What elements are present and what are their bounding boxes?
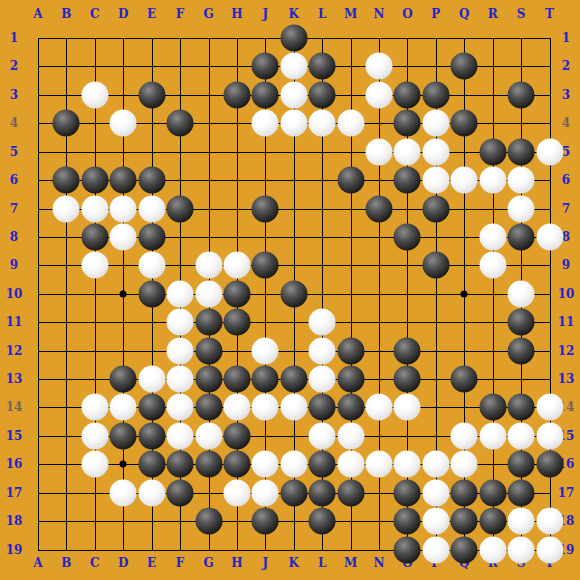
black-stone-D13	[110, 366, 137, 393]
go-board[interactable]: AABBCCDDEEFFGGHHJJKKLLMMNNOOPPQQRRSSTT11…	[0, 0, 580, 580]
column-label-top: G	[203, 7, 213, 21]
white-stone-F12	[167, 337, 194, 364]
black-stone-J7	[252, 195, 279, 222]
white-stone-P16	[422, 451, 449, 478]
black-stone-R18	[479, 508, 506, 535]
row-label-left: 18	[6, 514, 23, 528]
white-stone-R8	[479, 223, 506, 250]
row-label-right: 10	[558, 287, 575, 301]
black-stone-Q17	[451, 479, 478, 506]
black-stone-N7	[366, 195, 393, 222]
white-stone-N16	[366, 451, 393, 478]
column-label-bottom: L	[318, 556, 326, 570]
white-stone-F10	[167, 280, 194, 307]
black-stone-M17	[337, 479, 364, 506]
white-stone-B7	[53, 195, 80, 222]
black-stone-H13	[223, 366, 250, 393]
white-stone-C15	[81, 422, 108, 449]
row-label-left: 12	[6, 344, 23, 358]
black-stone-S3	[508, 81, 535, 108]
row-label-left: 13	[6, 372, 23, 386]
black-stone-H10	[223, 280, 250, 307]
column-label-top: C	[90, 7, 100, 21]
white-stone-L15	[309, 422, 336, 449]
white-stone-T8	[536, 223, 563, 250]
white-stone-E13	[138, 366, 165, 393]
white-stone-J17	[252, 479, 279, 506]
white-stone-P19	[422, 536, 449, 563]
column-label-bottom: C	[90, 556, 100, 570]
black-stone-O12	[394, 337, 421, 364]
black-stone-C6	[81, 167, 108, 194]
white-stone-S15	[508, 422, 535, 449]
white-stone-N2	[366, 53, 393, 80]
grid-line-horizontal	[38, 351, 551, 352]
black-stone-G18	[195, 508, 222, 535]
row-label-right: 9	[562, 258, 570, 272]
white-stone-C16	[81, 451, 108, 478]
black-stone-E3	[138, 81, 165, 108]
white-stone-O14	[394, 394, 421, 421]
black-stone-E6	[138, 167, 165, 194]
black-stone-D15	[110, 422, 137, 449]
black-stone-S16	[508, 451, 535, 478]
white-stone-K14	[280, 394, 307, 421]
white-stone-Q16	[451, 451, 478, 478]
white-stone-P4	[422, 110, 449, 137]
white-stone-S7	[508, 195, 535, 222]
star-point	[461, 290, 468, 297]
black-stone-G14	[195, 394, 222, 421]
black-stone-S11	[508, 309, 535, 336]
white-stone-O5	[394, 138, 421, 165]
black-stone-E14	[138, 394, 165, 421]
black-stone-Q13	[451, 366, 478, 393]
black-stone-O17	[394, 479, 421, 506]
row-label-right: 3	[562, 88, 570, 102]
black-stone-O4	[394, 110, 421, 137]
row-label-right: 2	[562, 59, 570, 73]
column-label-bottom: H	[231, 556, 242, 570]
column-label-top: E	[147, 7, 156, 21]
black-stone-D6	[110, 167, 137, 194]
black-stone-O19	[394, 536, 421, 563]
column-label-bottom: M	[344, 556, 357, 570]
black-stone-R5	[479, 138, 506, 165]
black-stone-H11	[223, 309, 250, 336]
black-stone-M12	[337, 337, 364, 364]
black-stone-M14	[337, 394, 364, 421]
grid-line-vertical	[493, 38, 494, 551]
white-stone-D17	[110, 479, 137, 506]
white-stone-H17	[223, 479, 250, 506]
column-label-top: H	[231, 7, 242, 21]
black-stone-S8	[508, 223, 535, 250]
white-stone-N14	[366, 394, 393, 421]
black-stone-C8	[81, 223, 108, 250]
black-stone-P9	[422, 252, 449, 279]
row-label-left: 19	[6, 543, 23, 557]
white-stone-J14	[252, 394, 279, 421]
white-stone-H9	[223, 252, 250, 279]
column-label-bottom: J	[263, 556, 269, 570]
black-stone-O18	[394, 508, 421, 535]
black-stone-R17	[479, 479, 506, 506]
row-label-left: 4	[10, 116, 18, 130]
row-label-left: 3	[10, 88, 18, 102]
white-stone-T19	[536, 536, 563, 563]
column-label-top: L	[318, 7, 326, 21]
black-stone-E8	[138, 223, 165, 250]
white-stone-M4	[337, 110, 364, 137]
white-stone-D7	[110, 195, 137, 222]
white-stone-S10	[508, 280, 535, 307]
column-label-top: J	[263, 7, 269, 21]
black-stone-L17	[309, 479, 336, 506]
white-stone-E9	[138, 252, 165, 279]
black-stone-E15	[138, 422, 165, 449]
black-stone-K1	[280, 25, 307, 52]
black-stone-E10	[138, 280, 165, 307]
row-label-right: 1	[562, 31, 570, 45]
white-stone-K2	[280, 53, 307, 80]
row-label-left: 10	[6, 287, 23, 301]
white-stone-R19	[479, 536, 506, 563]
white-stone-R15	[479, 422, 506, 449]
row-label-left: 8	[10, 230, 18, 244]
white-stone-P5	[422, 138, 449, 165]
column-label-bottom: F	[176, 556, 185, 570]
black-stone-J18	[252, 508, 279, 535]
black-stone-F17	[167, 479, 194, 506]
white-stone-Q15	[451, 422, 478, 449]
black-stone-B6	[53, 167, 80, 194]
white-stone-T5	[536, 138, 563, 165]
black-stone-B4	[53, 110, 80, 137]
white-stone-J16	[252, 451, 279, 478]
black-stone-Q4	[451, 110, 478, 137]
black-stone-T16	[536, 451, 563, 478]
column-label-top: T	[545, 7, 554, 21]
black-stone-H15	[223, 422, 250, 449]
row-label-left: 9	[10, 258, 18, 272]
column-label-bottom: K	[289, 556, 299, 570]
column-label-bottom: A	[33, 556, 42, 570]
white-stone-L12	[309, 337, 336, 364]
white-stone-K4	[280, 110, 307, 137]
black-stone-L18	[309, 508, 336, 535]
white-stone-L13	[309, 366, 336, 393]
star-point	[120, 461, 127, 468]
column-label-top: D	[118, 7, 128, 21]
row-label-right: 6	[562, 173, 570, 187]
black-stone-P3	[422, 81, 449, 108]
white-stone-D8	[110, 223, 137, 250]
white-stone-K16	[280, 451, 307, 478]
white-stone-G15	[195, 422, 222, 449]
column-label-top: Q	[459, 7, 469, 21]
black-stone-H16	[223, 451, 250, 478]
column-label-top: R	[488, 7, 498, 21]
row-label-right: 11	[558, 315, 575, 329]
row-label-left: 14	[6, 400, 23, 414]
row-label-left: 5	[10, 145, 18, 159]
black-stone-S12	[508, 337, 535, 364]
white-stone-L11	[309, 309, 336, 336]
white-stone-R9	[479, 252, 506, 279]
black-stone-J3	[252, 81, 279, 108]
white-stone-S19	[508, 536, 535, 563]
black-stone-Q2	[451, 53, 478, 80]
row-label-left: 16	[6, 457, 23, 471]
white-stone-M16	[337, 451, 364, 478]
column-label-bottom: E	[147, 556, 156, 570]
row-label-right: 17	[558, 486, 575, 500]
black-stone-Q19	[451, 536, 478, 563]
black-stone-J9	[252, 252, 279, 279]
black-stone-J13	[252, 366, 279, 393]
white-stone-M15	[337, 422, 364, 449]
black-stone-E16	[138, 451, 165, 478]
black-stone-S17	[508, 479, 535, 506]
column-label-top: O	[402, 7, 412, 21]
white-stone-T14	[536, 394, 563, 421]
black-stone-G16	[195, 451, 222, 478]
column-label-top: K	[289, 7, 299, 21]
black-stone-O3	[394, 81, 421, 108]
black-stone-F4	[167, 110, 194, 137]
white-stone-C7	[81, 195, 108, 222]
white-stone-G10	[195, 280, 222, 307]
white-stone-G9	[195, 252, 222, 279]
white-stone-K3	[280, 81, 307, 108]
white-stone-D4	[110, 110, 137, 137]
row-label-right: 4	[562, 116, 570, 130]
black-stone-M6	[337, 167, 364, 194]
black-stone-H3	[223, 81, 250, 108]
row-label-left: 1	[10, 31, 18, 45]
black-stone-Q18	[451, 508, 478, 535]
column-label-top: B	[61, 7, 71, 21]
row-label-left: 7	[10, 202, 18, 216]
black-stone-L14	[309, 394, 336, 421]
white-stone-Q6	[451, 167, 478, 194]
black-stone-L16	[309, 451, 336, 478]
white-stone-P6	[422, 167, 449, 194]
black-stone-L2	[309, 53, 336, 80]
grid-line-horizontal	[38, 322, 551, 323]
row-label-left: 6	[10, 173, 18, 187]
black-stone-G11	[195, 309, 222, 336]
black-stone-S5	[508, 138, 535, 165]
white-stone-F15	[167, 422, 194, 449]
black-stone-S14	[508, 394, 535, 421]
black-stone-G13	[195, 366, 222, 393]
black-stone-J2	[252, 53, 279, 80]
white-stone-D14	[110, 394, 137, 421]
white-stone-C9	[81, 252, 108, 279]
white-stone-E7	[138, 195, 165, 222]
column-label-bottom: D	[118, 556, 128, 570]
white-stone-F14	[167, 394, 194, 421]
black-stone-F16	[167, 451, 194, 478]
white-stone-P18	[422, 508, 449, 535]
black-stone-F7	[167, 195, 194, 222]
black-stone-G12	[195, 337, 222, 364]
row-label-left: 15	[6, 429, 23, 443]
black-stone-K17	[280, 479, 307, 506]
white-stone-S6	[508, 167, 535, 194]
row-label-right: 5	[562, 145, 570, 159]
row-label-right: 8	[562, 230, 570, 244]
black-stone-O13	[394, 366, 421, 393]
black-stone-P7	[422, 195, 449, 222]
white-stone-L4	[309, 110, 336, 137]
row-label-right: 7	[562, 202, 570, 216]
black-stone-K10	[280, 280, 307, 307]
column-label-top: P	[431, 7, 440, 21]
column-label-bottom: B	[61, 556, 71, 570]
white-stone-N5	[366, 138, 393, 165]
white-stone-O16	[394, 451, 421, 478]
white-stone-T15	[536, 422, 563, 449]
white-stone-E17	[138, 479, 165, 506]
black-stone-L3	[309, 81, 336, 108]
white-stone-R6	[479, 167, 506, 194]
white-stone-C3	[81, 81, 108, 108]
column-label-top: N	[374, 7, 385, 21]
column-label-bottom: G	[203, 556, 213, 570]
column-label-top: A	[33, 7, 42, 21]
white-stone-J4	[252, 110, 279, 137]
white-stone-F11	[167, 309, 194, 336]
white-stone-T18	[536, 508, 563, 535]
white-stone-H14	[223, 394, 250, 421]
column-label-top: M	[344, 7, 357, 21]
star-point	[120, 290, 127, 297]
white-stone-J12	[252, 337, 279, 364]
black-stone-K13	[280, 366, 307, 393]
column-label-top: S	[517, 7, 526, 21]
column-label-bottom: N	[374, 556, 385, 570]
black-stone-R14	[479, 394, 506, 421]
black-stone-O8	[394, 223, 421, 250]
row-label-right: 13	[558, 372, 575, 386]
black-stone-M13	[337, 366, 364, 393]
white-stone-C14	[81, 394, 108, 421]
white-stone-P17	[422, 479, 449, 506]
white-stone-S18	[508, 508, 535, 535]
column-label-top: F	[176, 7, 185, 21]
row-label-left: 11	[6, 315, 23, 329]
white-stone-N3	[366, 81, 393, 108]
white-stone-F13	[167, 366, 194, 393]
row-label-right: 12	[558, 344, 575, 358]
row-label-left: 17	[6, 486, 23, 500]
black-stone-O6	[394, 167, 421, 194]
row-label-left: 2	[10, 59, 18, 73]
